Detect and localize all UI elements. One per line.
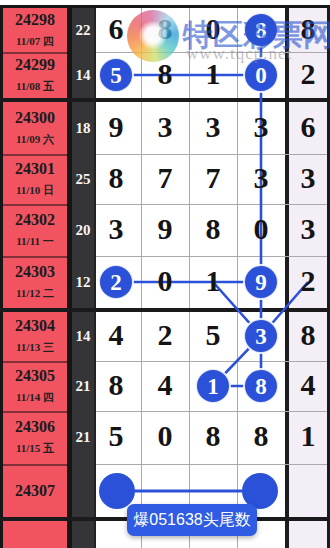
tail-digit: 2 — [301, 266, 316, 296]
sum-value: 14 — [76, 329, 91, 344]
draw-digit: 3 — [254, 112, 269, 142]
date-label: 11/15 五 — [16, 443, 54, 454]
draw-digit: 1 — [206, 266, 221, 296]
circled-digit: 9 — [255, 271, 267, 294]
period-row-line — [3, 52, 67, 54]
grid-column-line — [189, 8, 190, 548]
tail-row-line — [289, 204, 327, 205]
tail-digit: 1 — [301, 421, 316, 451]
draw-digit: 5 — [206, 320, 221, 350]
circled-digit: 8 — [255, 375, 267, 398]
sum-value: 22 — [76, 23, 91, 38]
period-row-line — [3, 464, 67, 466]
draw-digit: 3 — [254, 163, 269, 193]
draw-digit: 8 — [206, 421, 221, 451]
draw-digit: 8 — [158, 59, 173, 89]
period-label: 24298 — [15, 12, 55, 28]
period-label: 24300 — [15, 110, 55, 126]
date-label: 11/10 日 — [16, 185, 54, 196]
draw-digit: 4 — [158, 370, 173, 400]
circled-digit: 5 — [110, 64, 122, 87]
sum-value: 21 — [76, 379, 91, 394]
period-label: 24299 — [15, 57, 55, 73]
period-row-line — [3, 361, 67, 363]
tail-digit: 3 — [301, 214, 316, 244]
tail-digit: 2 — [301, 59, 316, 89]
period-label: 24304 — [15, 318, 55, 334]
draw-digit: 7 — [206, 163, 221, 193]
date-label: 11/08 五 — [16, 81, 54, 92]
site-logo-swirl-icon — [127, 10, 179, 62]
sum-value: 20 — [76, 223, 91, 238]
watermark-site-url: www.tqcp.net — [186, 44, 292, 64]
sum-value: 21 — [76, 430, 91, 445]
sum-value: 18 — [76, 121, 91, 136]
draw-digit: 8 — [206, 214, 221, 244]
period-row-line — [3, 204, 67, 206]
period-label: 24301 — [15, 161, 55, 177]
period-label: 24306 — [15, 419, 55, 435]
date-label: 11/09 六 — [16, 134, 54, 145]
tail-row-line — [289, 154, 327, 155]
draw-digit: 0 — [158, 421, 173, 451]
period-label: 24305 — [15, 368, 55, 384]
circled-digit: 0 — [255, 64, 267, 87]
sum-value: 12 — [76, 275, 91, 290]
circled-digit: 2 — [110, 271, 122, 294]
draw-digit: 7 — [158, 163, 173, 193]
grid-column-line — [141, 8, 142, 548]
tail-digit: 8 — [301, 320, 316, 350]
tail-row-line — [289, 361, 327, 362]
draw-digit: 0 — [158, 266, 173, 296]
draw-digit: 8 — [109, 163, 124, 193]
site-logo-core — [139, 21, 167, 49]
date-label: 11/11 一 — [16, 236, 54, 247]
draw-digit: 9 — [109, 112, 124, 142]
grid-thick-vertical-border — [285, 5, 289, 548]
circled-digit: 1 — [207, 375, 219, 398]
period-row-line — [3, 256, 67, 258]
period-label: 24303 — [15, 264, 55, 280]
draw-digit: 0 — [254, 214, 269, 244]
period-label: 24302 — [15, 212, 55, 228]
table-top-border — [0, 5, 330, 8]
draw-digit: 2 — [158, 320, 173, 350]
tail-digit: 3 — [301, 163, 316, 193]
date-label: 11/07 四 — [16, 36, 54, 47]
draw-digit: 8 — [109, 370, 124, 400]
draw-digit: 6 — [109, 14, 124, 44]
tail-row-line — [289, 256, 327, 257]
lottery-trend-chart: 2429811/07 四22680882429911/08 五145810224… — [0, 0, 330, 548]
draw-digit: 4 — [109, 320, 124, 350]
draw-digit: 8 — [254, 421, 269, 451]
tail-digit: 4 — [301, 370, 316, 400]
prediction-tooltip: 爆051638头尾数 — [127, 504, 257, 536]
tail-digit: 6 — [301, 112, 316, 142]
date-label: 11/12 二 — [16, 288, 54, 299]
date-label: 11/13 三 — [16, 342, 54, 353]
tail-row-line — [289, 464, 327, 465]
grid-column-line — [237, 8, 238, 548]
table-left-border — [0, 5, 3, 548]
draw-digit: 3 — [109, 214, 124, 244]
period-row-line — [3, 411, 67, 413]
sum-value: 25 — [76, 172, 91, 187]
draw-digit: 5 — [109, 421, 124, 451]
period-label: 24307 — [15, 483, 55, 499]
group-separator-line — [0, 98, 330, 102]
date-label: 11/14 四 — [16, 392, 54, 403]
tail-row-line — [289, 411, 327, 412]
draw-digit: 3 — [206, 112, 221, 142]
draw-digit: 3 — [158, 112, 173, 142]
draw-digit: 9 — [158, 214, 173, 244]
group-separator-line — [0, 308, 330, 312]
prediction-tooltip-text: 爆051638头尾数 — [133, 510, 250, 531]
period-row-line — [3, 154, 67, 156]
sum-value: 14 — [76, 68, 91, 83]
circled-digit: 3 — [255, 325, 267, 348]
